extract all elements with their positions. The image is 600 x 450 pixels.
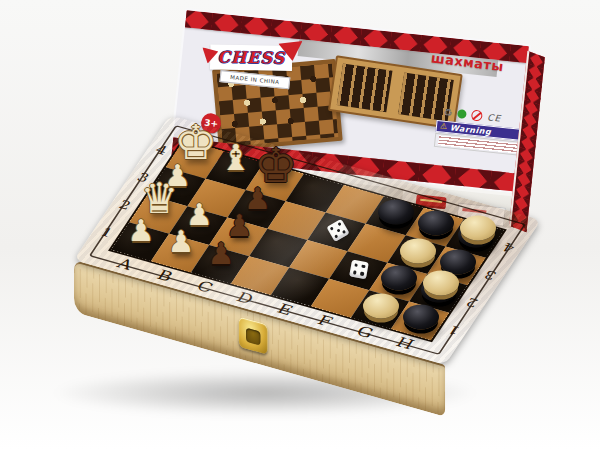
file-label-c: C [194, 278, 217, 296]
product-photo-scene: CHESS MADE IN CHINA шахматы 3+ ♻ CE ⚠ Wa… [0, 0, 600, 450]
rank-label-right-3: 3 [481, 268, 499, 283]
file-label-h: H [393, 334, 417, 352]
rank-label-left-4: 4 [153, 142, 171, 157]
ce-mark: CE [487, 112, 502, 123]
rank-label-left-3: 3 [134, 170, 152, 185]
box-logo-text: CHESS [217, 48, 285, 68]
rank-label-left-1: 1 [98, 225, 116, 240]
green-dot-icon [457, 109, 467, 119]
rank-label-right-2: 2 [463, 295, 481, 310]
box-logo-card: CHESS [210, 44, 292, 70]
rank-label-left-2: 2 [116, 197, 134, 212]
file-label-a: A [114, 256, 136, 273]
rank-label-right-4: 4 [499, 240, 517, 255]
file-label-d: D [233, 289, 256, 307]
file-label-g: G [353, 323, 376, 341]
recycle-icon: ♻ [443, 107, 453, 118]
brass-clasp [239, 317, 268, 355]
file-label-f: F [314, 312, 335, 329]
file-label-b: B [154, 267, 176, 284]
file-label-e: E [274, 301, 296, 318]
backgammon-left-panel [337, 63, 393, 112]
rank-label-right-1: 1 [444, 323, 462, 338]
prohibition-icon [471, 110, 483, 122]
brass-clasp-hook [246, 328, 260, 346]
warning-triangle-icon: ⚠ [440, 122, 448, 131]
